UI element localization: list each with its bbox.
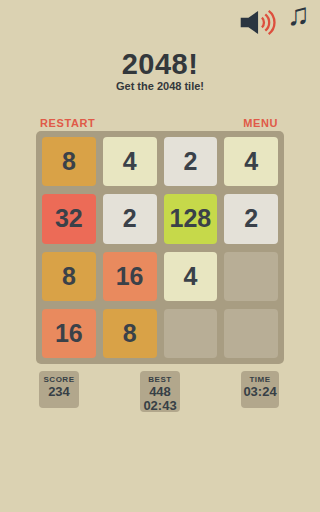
top-bar: ♫: [0, 0, 320, 38]
tile-16: 16: [103, 252, 157, 301]
tile-4: 4: [103, 137, 157, 186]
tile-16: 16: [42, 309, 96, 358]
tile-8: 8: [103, 309, 157, 358]
time-panel: TIME 03:24: [241, 371, 279, 408]
best-panel: BEST 448 02:43: [140, 371, 180, 412]
page-subtitle: Get the 2048 tile!: [0, 80, 320, 92]
best-time: 02:43: [140, 399, 180, 413]
speaker-icon: [240, 9, 280, 36]
tile-8: 8: [42, 137, 96, 186]
tile-4: 4: [224, 137, 278, 186]
tile-32: 32: [42, 194, 96, 243]
menu-button[interactable]: MENU: [243, 117, 278, 129]
game-board[interactable]: 842432212828164168: [36, 131, 284, 364]
tile-4: 4: [164, 252, 218, 301]
time-value: 03:24: [241, 385, 279, 399]
best-value: 448: [140, 385, 180, 399]
empty-cell: [164, 309, 218, 358]
app-screen: ♫ 2048! Get the 2048 tile! RESTART MENU …: [0, 0, 320, 512]
score-value: 234: [39, 385, 79, 399]
empty-cell: [224, 309, 278, 358]
tile-8: 8: [42, 252, 96, 301]
music-icon[interactable]: ♫: [282, 0, 314, 36]
page-title: 2048!: [0, 48, 320, 81]
tile-2: 2: [164, 137, 218, 186]
tile-2: 2: [103, 194, 157, 243]
empty-cell: [224, 252, 278, 301]
tile-128: 128: [164, 194, 218, 243]
sound-icon[interactable]: [240, 9, 280, 35]
tile-2: 2: [224, 194, 278, 243]
restart-button[interactable]: RESTART: [40, 117, 95, 129]
score-panel: SCORE 234: [39, 371, 79, 408]
